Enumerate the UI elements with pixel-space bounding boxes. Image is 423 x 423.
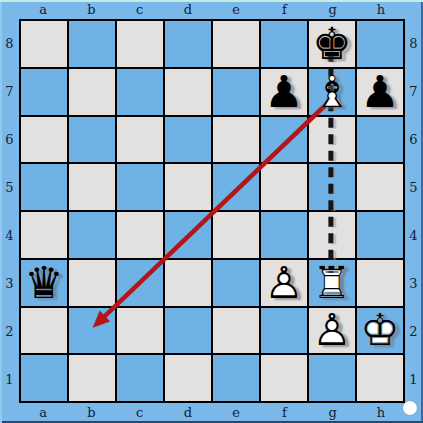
square-h2[interactable]: ♚♔	[357, 308, 403, 354]
file-labels-top: abcdefgh	[19, 0, 405, 19]
square-b8[interactable]	[69, 21, 115, 67]
file-labels-bottom: abcdefgh	[19, 403, 405, 422]
file-label-g: g	[309, 0, 357, 19]
rank-labels-left: 87654321	[0, 19, 19, 403]
file-label-h: h	[357, 0, 405, 19]
piece-white-bishop-g7[interactable]: ♝♗	[309, 69, 355, 115]
pawn-glyph: ♟	[360, 70, 399, 114]
square-f8[interactable]	[261, 21, 307, 67]
square-e7[interactable]	[213, 69, 259, 115]
square-c6[interactable]	[117, 117, 163, 163]
square-d6[interactable]	[165, 117, 211, 163]
rank-label-3: 3	[404, 259, 423, 307]
rank-label-4: 4	[404, 211, 423, 259]
square-d5[interactable]	[165, 164, 211, 210]
square-c5[interactable]	[117, 164, 163, 210]
rank-label-6: 6	[404, 115, 423, 163]
file-label-e: e	[212, 0, 260, 19]
pawn-outline-glyph: ♙	[261, 260, 307, 306]
square-f7[interactable]: ♟	[261, 69, 307, 115]
rank-label-1: 1	[404, 355, 423, 403]
file-label-f: f	[260, 403, 308, 422]
square-a8[interactable]	[21, 21, 67, 67]
queen-glyph: ♛	[24, 261, 63, 305]
square-h3[interactable]	[357, 260, 403, 306]
file-label-g: g	[309, 403, 357, 422]
piece-white-pawn-f3[interactable]: ♟♙	[261, 260, 307, 306]
square-b3[interactable]	[69, 260, 115, 306]
file-label-d: d	[164, 403, 212, 422]
square-g3[interactable]: ♜♖	[309, 260, 355, 306]
square-a5[interactable]	[21, 164, 67, 210]
square-f2[interactable]	[261, 308, 307, 354]
square-a1[interactable]	[21, 355, 67, 401]
square-g1[interactable]	[309, 355, 355, 401]
file-label-c: c	[116, 0, 164, 19]
rank-label-7: 7	[404, 67, 423, 115]
piece-black-queen-a3[interactable]: ♛	[21, 260, 67, 306]
rook-outline-glyph: ♖	[309, 260, 355, 306]
square-a6[interactable]	[21, 117, 67, 163]
piece-black-pawn-h7[interactable]: ♟	[357, 69, 403, 115]
square-h6[interactable]	[357, 117, 403, 163]
rank-label-7: 7	[0, 67, 19, 115]
square-d8[interactable]	[165, 21, 211, 67]
file-label-b: b	[67, 0, 115, 19]
piece-black-pawn-f7[interactable]: ♟	[261, 69, 307, 115]
square-b7[interactable]	[69, 69, 115, 115]
chess-board-frame: abcdefgh abcdefgh 87654321 87654321 ♚♟♝♗…	[0, 0, 423, 423]
square-d2[interactable]	[165, 308, 211, 354]
square-b4[interactable]	[69, 212, 115, 258]
rank-label-3: 3	[0, 259, 19, 307]
king-glyph: ♚	[312, 22, 351, 66]
square-e2[interactable]	[213, 308, 259, 354]
square-d1[interactable]	[165, 355, 211, 401]
rank-label-1: 1	[0, 355, 19, 403]
square-g4[interactable]	[309, 212, 355, 258]
piece-black-king-g8[interactable]: ♚	[309, 21, 355, 67]
square-d3[interactable]	[165, 260, 211, 306]
square-g6[interactable]	[309, 117, 355, 163]
square-f6[interactable]	[261, 117, 307, 163]
piece-white-rook-g3[interactable]: ♜♖	[309, 260, 355, 306]
square-e1[interactable]	[213, 355, 259, 401]
pawn-glyph: ♟	[264, 70, 303, 114]
white-to-move-indicator	[403, 401, 417, 415]
square-e3[interactable]	[213, 260, 259, 306]
square-b1[interactable]	[69, 355, 115, 401]
square-h8[interactable]	[357, 21, 403, 67]
square-b2[interactable]	[69, 308, 115, 354]
square-e6[interactable]	[213, 117, 259, 163]
square-a7[interactable]	[21, 69, 67, 115]
square-d7[interactable]	[165, 69, 211, 115]
square-f1[interactable]	[261, 355, 307, 401]
pawn-outline-glyph: ♙	[309, 308, 355, 354]
square-e5[interactable]	[213, 164, 259, 210]
square-h4[interactable]	[357, 212, 403, 258]
square-f3[interactable]: ♟♙	[261, 260, 307, 306]
square-b5[interactable]	[69, 164, 115, 210]
square-c1[interactable]	[117, 355, 163, 401]
file-label-b: b	[67, 403, 115, 422]
rank-label-5: 5	[0, 163, 19, 211]
chess-board[interactable]: ♚♟♝♗♟♛♟♙♜♖♟♙♚♔	[19, 19, 405, 403]
square-c7[interactable]	[117, 69, 163, 115]
square-g8[interactable]: ♚	[309, 21, 355, 67]
rank-labels-right: 87654321	[404, 19, 423, 403]
rank-label-8: 8	[404, 19, 423, 67]
file-label-c: c	[116, 403, 164, 422]
rank-label-6: 6	[0, 115, 19, 163]
rank-label-5: 5	[404, 163, 423, 211]
piece-white-king-h2[interactable]: ♚♔	[357, 308, 403, 354]
piece-white-pawn-g2[interactable]: ♟♙	[309, 308, 355, 354]
square-a4[interactable]	[21, 212, 67, 258]
file-label-e: e	[212, 403, 260, 422]
file-label-f: f	[260, 0, 308, 19]
file-label-a: a	[19, 0, 67, 19]
square-f4[interactable]	[261, 212, 307, 258]
file-label-a: a	[19, 403, 67, 422]
square-c3[interactable]	[117, 260, 163, 306]
square-h1[interactable]	[357, 355, 403, 401]
rank-label-8: 8	[0, 19, 19, 67]
square-c2[interactable]	[117, 308, 163, 354]
square-a2[interactable]	[21, 308, 67, 354]
square-e4[interactable]	[213, 212, 259, 258]
square-d4[interactable]	[165, 212, 211, 258]
square-g2[interactable]: ♟♙	[309, 308, 355, 354]
square-f5[interactable]	[261, 164, 307, 210]
square-g5[interactable]	[309, 164, 355, 210]
square-c8[interactable]	[117, 21, 163, 67]
square-b6[interactable]	[69, 117, 115, 163]
square-c4[interactable]	[117, 212, 163, 258]
king-outline-glyph: ♔	[357, 308, 403, 354]
square-g7[interactable]: ♝♗	[309, 69, 355, 115]
square-h5[interactable]	[357, 164, 403, 210]
file-label-h: h	[357, 403, 405, 422]
bishop-outline-glyph: ♗	[309, 69, 355, 115]
file-label-d: d	[164, 0, 212, 19]
square-a3[interactable]: ♛	[21, 260, 67, 306]
rank-label-2: 2	[404, 307, 423, 355]
square-e8[interactable]	[213, 21, 259, 67]
rank-label-4: 4	[0, 211, 19, 259]
rank-label-2: 2	[0, 307, 19, 355]
square-h7[interactable]: ♟	[357, 69, 403, 115]
